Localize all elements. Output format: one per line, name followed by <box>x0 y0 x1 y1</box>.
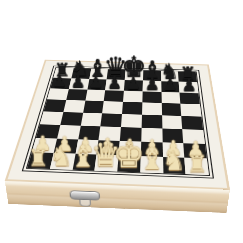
product-photo: ♜♞♝♛♚♝♞♜♟♟♟♟♟♟♟♟♟♟♟♟♟♟♟♟♜♞♝♛♚♝♞♜ <box>0 0 243 243</box>
square-c5 <box>82 101 103 114</box>
square-a5 <box>43 100 65 113</box>
white-pawn: ♟ <box>142 138 160 158</box>
square-b1: ♞ <box>49 153 74 170</box>
square-f2: ♟ <box>140 142 162 158</box>
square-h5 <box>180 104 201 117</box>
square-g1: ♞ <box>162 157 185 174</box>
square-f3 <box>140 128 161 143</box>
square-d7: ♟ <box>105 80 124 91</box>
white-bishop: ♝ <box>69 141 96 171</box>
square-g7: ♟ <box>160 81 179 92</box>
square-e1: ♚ <box>117 156 140 173</box>
square-a4 <box>39 112 62 125</box>
square-b7: ♟ <box>68 78 88 89</box>
square-a2: ♟ <box>31 138 56 153</box>
square-g6 <box>161 92 181 104</box>
square-d3 <box>98 126 120 141</box>
square-d6 <box>103 90 123 102</box>
square-g2: ♟ <box>162 142 184 158</box>
square-b4 <box>60 112 83 125</box>
square-c1: ♝ <box>72 154 97 171</box>
square-b3 <box>56 125 79 139</box>
clasp-hook-icon <box>79 200 91 207</box>
square-e5 <box>122 102 142 115</box>
black-bishop: ♝ <box>141 58 162 82</box>
square-g4 <box>161 116 182 130</box>
square-g3 <box>161 129 183 144</box>
square-d1: ♛ <box>94 155 118 172</box>
square-f1: ♝ <box>139 157 162 174</box>
square-c4 <box>80 113 102 127</box>
box-top: ♜♞♝♛♚♝♞♜♟♟♟♟♟♟♟♟♟♟♟♟♟♟♟♟♜♞♝♛♚♝♞♜ <box>4 60 229 190</box>
square-f4 <box>141 115 162 129</box>
board-frame-line: ♜♞♝♛♚♝♞♜♟♟♟♟♟♟♟♟♟♟♟♟♟♟♟♟♜♞♝♛♚♝♞♜ <box>21 66 213 179</box>
square-a1: ♜ <box>27 153 53 170</box>
square-e6 <box>123 91 142 103</box>
black-rook: ♜ <box>179 64 195 82</box>
square-c2: ♟ <box>74 139 98 155</box>
square-e8: ♚ <box>124 70 142 81</box>
square-f7: ♟ <box>142 81 161 92</box>
square-d5 <box>102 101 123 114</box>
scene: ♜♞♝♛♚♝♞♜♟♟♟♟♟♟♟♟♟♟♟♟♟♟♟♟♜♞♝♛♚♝♞♜ <box>0 0 243 243</box>
white-pawn: ♟ <box>164 138 182 158</box>
chess-board: ♜♞♝♛♚♝♞♜♟♟♟♟♟♟♟♟♟♟♟♟♟♟♟♟♜♞♝♛♚♝♞♜ <box>25 67 209 176</box>
square-c6 <box>84 90 105 102</box>
square-f6 <box>142 91 161 103</box>
square-b5 <box>63 100 85 113</box>
black-rook: ♜ <box>54 61 70 79</box>
square-h4 <box>181 116 203 130</box>
square-e2: ♟ <box>118 141 140 157</box>
square-e3 <box>119 127 141 142</box>
black-queen: ♛ <box>103 54 127 80</box>
black-knight: ♞ <box>160 61 179 82</box>
square-d4 <box>100 114 121 128</box>
chess-box: ♜♞♝♛♚♝♞♜♟♟♟♟♟♟♟♟♟♟♟♟♟♟♟♟♜♞♝♛♚♝♞♜ <box>4 60 229 190</box>
square-h3 <box>182 129 204 144</box>
square-g5 <box>161 103 181 116</box>
board-border: ♜♞♝♛♚♝♞♜♟♟♟♟♟♟♟♟♟♟♟♟♟♟♟♟♜♞♝♛♚♝♞♜ <box>7 61 227 188</box>
clasp-latch <box>69 191 100 205</box>
square-c3 <box>77 126 100 140</box>
square-a6 <box>47 88 69 100</box>
square-b6 <box>65 89 86 101</box>
square-a3 <box>35 124 59 138</box>
square-h1: ♜ <box>184 158 208 175</box>
square-h6 <box>179 92 199 104</box>
black-knight: ♞ <box>70 58 89 79</box>
square-b2: ♟ <box>53 139 77 154</box>
square-e4 <box>120 114 141 128</box>
black-bishop: ♝ <box>87 56 108 80</box>
square-d2: ♟ <box>96 140 119 156</box>
square-h2: ♟ <box>183 143 206 159</box>
square-f5 <box>141 103 161 116</box>
